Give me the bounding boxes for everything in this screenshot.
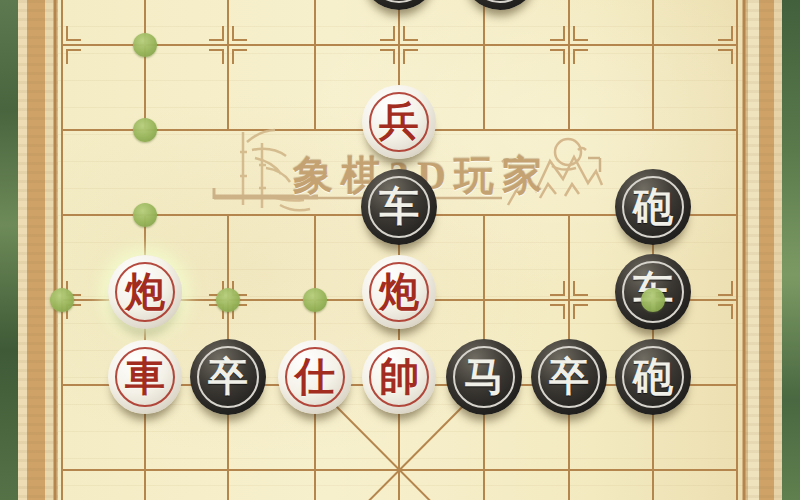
move-hint-dot[interactable] <box>303 288 327 312</box>
piece-character: 砲 <box>633 356 673 396</box>
black-piece[interactable]: 马 <box>446 339 522 415</box>
piece-character: 卒 <box>208 356 248 396</box>
piece-character: 车 <box>379 186 419 226</box>
black-piece[interactable]: 卒 <box>190 339 266 415</box>
black-piece[interactable]: 卒 <box>531 339 607 415</box>
piece-ring <box>469 0 531 3</box>
move-hint-dot[interactable] <box>133 33 157 57</box>
move-hint-dot[interactable] <box>133 203 157 227</box>
black-piece[interactable]: 砲 <box>615 339 691 415</box>
piece-character: 马 <box>464 356 504 396</box>
red-piece[interactable]: 炮 <box>108 255 182 329</box>
red-piece[interactable]: 炮 <box>362 255 436 329</box>
move-hint-dot[interactable] <box>133 118 157 142</box>
red-piece[interactable]: 兵 <box>362 85 436 159</box>
piece-character: 卒 <box>549 356 589 396</box>
piece-character: 帥 <box>379 356 419 396</box>
piece-character: 車 <box>125 356 165 396</box>
piece-character: 砲 <box>633 186 673 226</box>
piece-ring <box>368 0 430 3</box>
piece-character: 兵 <box>379 101 419 141</box>
move-hint-dot[interactable] <box>641 288 665 312</box>
move-hint-dot[interactable] <box>216 288 240 312</box>
xiangqi-game-screen: 象棋3D玩家 兵车砲炮炮车車卒仕帥马卒砲 <box>0 0 800 500</box>
board-grid-lines <box>0 0 800 500</box>
black-piece[interactable]: 车 <box>361 169 437 245</box>
move-hint-dot[interactable] <box>50 288 74 312</box>
piece-character: 仕 <box>295 356 335 396</box>
red-piece[interactable]: 車 <box>108 340 182 414</box>
red-piece[interactable]: 仕 <box>278 340 352 414</box>
black-piece[interactable]: 砲 <box>615 169 691 245</box>
red-piece[interactable]: 帥 <box>362 340 436 414</box>
piece-character: 炮 <box>125 271 165 311</box>
piece-character: 炮 <box>379 271 419 311</box>
